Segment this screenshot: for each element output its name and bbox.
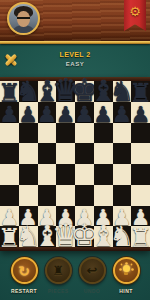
board-grid: ♜♞♝♛♚♝♞♜♟♟♟♟♟♟♟♟♟♟♟♟♟♟♟♟♜♞♝♛♚♝♞♜ (0, 81, 150, 247)
square-e4[interactable] (75, 164, 94, 185)
square-e7[interactable]: ♟ (75, 102, 94, 123)
square-a4[interactable] (0, 164, 19, 185)
player-avatar[interactable] (7, 2, 40, 35)
undo-label: UNDO (75, 288, 109, 294)
chess-board: ♜♞♝♛♚♝♞♜♟♟♟♟♟♟♟♟♟♟♟♟♟♟♟♟♜♞♝♛♚♝♞♜ (0, 77, 150, 251)
pieces-label: PIECES (41, 288, 75, 294)
toolbar-restart: ↻ RESTART (7, 257, 41, 294)
toolbar-hint: HINT (109, 257, 143, 294)
square-b7[interactable]: ♟ (19, 102, 38, 123)
square-f5[interactable] (94, 143, 113, 164)
undo-icon: ↩ (87, 264, 98, 277)
undo-button[interactable]: ↩ (79, 257, 106, 284)
square-d5[interactable] (56, 143, 75, 164)
square-d3[interactable] (56, 185, 75, 206)
square-g4[interactable] (113, 164, 132, 185)
restart-label: RESTART (7, 288, 41, 294)
pieces-button[interactable]: ♜ (45, 257, 72, 284)
restart-icon: ↻ (18, 264, 30, 278)
square-h1[interactable]: ♜ (131, 226, 150, 247)
square-h5[interactable] (131, 143, 150, 164)
lightbulb-icon (122, 265, 131, 277)
square-a7[interactable]: ♟ (0, 102, 19, 123)
square-f3[interactable] (94, 185, 113, 206)
square-h6[interactable] (131, 123, 150, 144)
square-d6[interactable] (56, 123, 75, 144)
square-b3[interactable] (19, 185, 38, 206)
square-b4[interactable] (19, 164, 38, 185)
square-h8[interactable]: ♜ (131, 81, 150, 102)
top-bar: ⚙ (0, 0, 150, 44)
toolbar-undo: ↩ UNDO (75, 257, 109, 294)
square-c5[interactable] (38, 143, 57, 164)
square-a6[interactable] (0, 123, 19, 144)
white-rook[interactable]: ♜ (129, 225, 150, 251)
square-f7[interactable]: ♟ (94, 102, 113, 123)
square-b5[interactable] (19, 143, 38, 164)
square-c7[interactable]: ♟ (38, 102, 57, 123)
avatar-glasses (17, 17, 30, 23)
square-h4[interactable] (131, 164, 150, 185)
square-g3[interactable] (113, 185, 132, 206)
square-g6[interactable] (113, 123, 132, 144)
gear-icon[interactable]: ⚙ (124, 4, 146, 20)
square-d4[interactable] (56, 164, 75, 185)
restart-button[interactable]: ↻ (11, 257, 38, 284)
square-g7[interactable]: ♟ (113, 102, 132, 123)
square-e6[interactable] (75, 123, 94, 144)
square-a5[interactable] (0, 143, 19, 164)
square-e3[interactable] (75, 185, 94, 206)
square-h7[interactable]: ♟ (131, 102, 150, 123)
level-label: LEVEL 2 (0, 51, 150, 58)
square-d7[interactable]: ♟ (56, 102, 75, 123)
square-f4[interactable] (94, 164, 113, 185)
chess-app: ⚙ LEVEL 2 EASY ♜♞♝♛♚♝♞♜♟♟♟♟♟♟♟♟♟♟♟♟♟♟♟♟♜… (0, 0, 150, 300)
square-c6[interactable] (38, 123, 57, 144)
rook-icon: ♜ (52, 264, 64, 277)
square-c3[interactable] (38, 185, 57, 206)
square-g5[interactable] (113, 143, 132, 164)
square-e5[interactable] (75, 143, 94, 164)
square-f6[interactable] (94, 123, 113, 144)
difficulty-label: EASY (0, 61, 150, 67)
toolbar-pieces: ♜ PIECES (41, 257, 75, 294)
hint-label: HINT (109, 288, 143, 294)
square-a3[interactable] (0, 185, 19, 206)
header-divider (0, 41, 150, 44)
square-h3[interactable] (131, 185, 150, 206)
hint-button[interactable] (113, 257, 140, 284)
square-b6[interactable] (19, 123, 38, 144)
square-c4[interactable] (38, 164, 57, 185)
